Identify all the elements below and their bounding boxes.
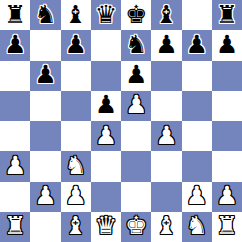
square-h3[interactable] (212, 151, 242, 181)
white-pawn-icon: ♟ (125, 92, 147, 117)
black-pawn-icon: ♟ (125, 62, 147, 87)
square-d1[interactable]: ♛ (91, 212, 121, 242)
square-e7[interactable]: ♞ (121, 30, 151, 60)
square-a6[interactable] (0, 61, 30, 91)
square-b1[interactable] (30, 212, 60, 242)
square-h2[interactable]: ♟ (212, 182, 242, 212)
square-d8[interactable]: ♛ (91, 0, 121, 30)
square-g2[interactable]: ♟ (182, 182, 212, 212)
white-pawn-icon: ♟ (216, 183, 238, 208)
square-c7[interactable]: ♟ (61, 30, 91, 60)
black-pawn-icon: ♟ (95, 92, 117, 117)
square-e8[interactable]: ♚ (121, 0, 151, 30)
white-pawn-icon: ♟ (95, 123, 117, 148)
square-f2[interactable] (151, 182, 181, 212)
black-knight-icon: ♞ (34, 2, 56, 27)
white-pawn-icon: ♟ (155, 123, 177, 148)
square-g1[interactable]: ♞ (182, 212, 212, 242)
square-a5[interactable] (0, 91, 30, 121)
white-bishop-icon: ♝ (155, 213, 177, 238)
square-g8[interactable] (182, 0, 212, 30)
square-f7[interactable]: ♟ (151, 30, 181, 60)
square-b4[interactable] (30, 121, 60, 151)
white-queen-icon: ♛ (95, 213, 117, 238)
square-f3[interactable] (151, 151, 181, 181)
square-a7[interactable]: ♟ (0, 30, 30, 60)
square-g3[interactable] (182, 151, 212, 181)
black-bishop-icon: ♝ (64, 2, 86, 27)
square-f5[interactable] (151, 91, 181, 121)
black-bishop-icon: ♝ (155, 2, 177, 27)
square-h6[interactable] (212, 61, 242, 91)
square-a1[interactable]: ♜ (0, 212, 30, 242)
square-d5[interactable]: ♟ (91, 91, 121, 121)
square-d3[interactable] (91, 151, 121, 181)
white-knight-icon: ♞ (64, 153, 86, 178)
square-c8[interactable]: ♝ (61, 0, 91, 30)
square-a2[interactable] (0, 182, 30, 212)
square-h1[interactable]: ♜ (212, 212, 242, 242)
black-pawn-icon: ♟ (34, 62, 56, 87)
square-f1[interactable]: ♝ (151, 212, 181, 242)
black-pawn-icon: ♟ (155, 32, 177, 57)
square-a3[interactable]: ♟ (0, 151, 30, 181)
square-c3[interactable]: ♞ (61, 151, 91, 181)
white-knight-icon: ♞ (185, 213, 207, 238)
black-rook-icon: ♜ (216, 2, 238, 27)
white-pawn-icon: ♟ (185, 183, 207, 208)
square-h8[interactable]: ♜ (212, 0, 242, 30)
square-c2[interactable]: ♟ (61, 182, 91, 212)
square-c6[interactable] (61, 61, 91, 91)
square-e5[interactable]: ♟ (121, 91, 151, 121)
black-pawn-icon: ♟ (4, 32, 26, 57)
square-d6[interactable] (91, 61, 121, 91)
square-f4[interactable]: ♟ (151, 121, 181, 151)
square-f8[interactable]: ♝ (151, 0, 181, 30)
square-c4[interactable] (61, 121, 91, 151)
square-b5[interactable] (30, 91, 60, 121)
square-c5[interactable] (61, 91, 91, 121)
square-b3[interactable] (30, 151, 60, 181)
white-rook-icon: ♜ (4, 213, 26, 238)
square-h7[interactable]: ♟ (212, 30, 242, 60)
square-b2[interactable]: ♟ (30, 182, 60, 212)
square-a4[interactable] (0, 121, 30, 151)
white-rook-icon: ♜ (216, 213, 238, 238)
white-king-icon: ♚ (125, 213, 147, 238)
black-queen-icon: ♛ (95, 2, 117, 27)
square-g6[interactable] (182, 61, 212, 91)
square-e2[interactable] (121, 182, 151, 212)
square-b6[interactable]: ♟ (30, 61, 60, 91)
black-rook-icon: ♜ (4, 2, 26, 27)
black-pawn-icon: ♟ (185, 32, 207, 57)
white-pawn-icon: ♟ (4, 153, 26, 178)
square-e1[interactable]: ♚ (121, 212, 151, 242)
square-e4[interactable] (121, 121, 151, 151)
square-b8[interactable]: ♞ (30, 0, 60, 30)
square-f6[interactable] (151, 61, 181, 91)
square-c1[interactable]: ♝ (61, 212, 91, 242)
white-bishop-icon: ♝ (64, 213, 86, 238)
chess-board: ♜♞♝♛♚♝♜♟♟♞♟♟♟♟♟♟♟♟♟♟♞♟♟♟♟♜♝♛♚♝♞♜ (0, 0, 242, 242)
white-pawn-icon: ♟ (34, 183, 56, 208)
square-h5[interactable] (212, 91, 242, 121)
square-b7[interactable] (30, 30, 60, 60)
square-d2[interactable] (91, 182, 121, 212)
square-d7[interactable] (91, 30, 121, 60)
square-e6[interactable]: ♟ (121, 61, 151, 91)
square-g4[interactable] (182, 121, 212, 151)
square-a8[interactable]: ♜ (0, 0, 30, 30)
square-d4[interactable]: ♟ (91, 121, 121, 151)
square-e3[interactable] (121, 151, 151, 181)
square-g7[interactable]: ♟ (182, 30, 212, 60)
black-pawn-icon: ♟ (64, 32, 86, 57)
black-pawn-icon: ♟ (216, 32, 238, 57)
square-h4[interactable] (212, 121, 242, 151)
black-knight-icon: ♞ (125, 32, 147, 57)
black-king-icon: ♚ (125, 2, 147, 27)
white-pawn-icon: ♟ (64, 183, 86, 208)
square-g5[interactable] (182, 91, 212, 121)
